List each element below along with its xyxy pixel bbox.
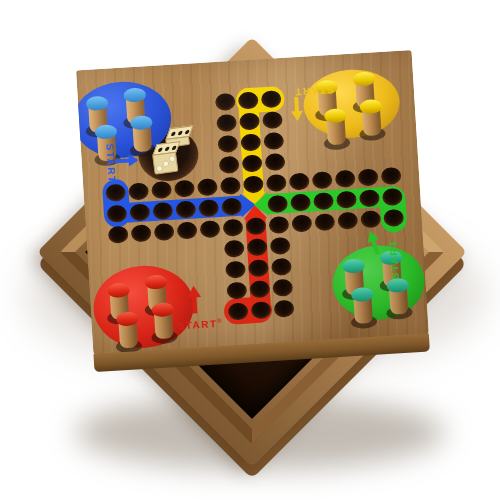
yellow-peg[interactable] [315,80,340,125]
peg-body [154,311,174,339]
peg-cap [386,278,409,293]
peg-hole-shadow [94,152,121,167]
board-hole[interactable] [273,299,294,317]
blue-start-hook [102,179,131,228]
board-hole[interactable] [224,239,245,257]
board-hole[interactable] [314,213,335,231]
peg-body [147,283,167,311]
board-hole[interactable] [239,112,260,130]
board-hole[interactable] [249,280,270,298]
peg-body [88,105,108,133]
peg-body [326,117,346,145]
green-peg[interactable] [342,258,367,303]
peg-body [355,80,375,108]
peg-hole-shadow [352,99,379,114]
board-hole[interactable] [219,155,240,173]
board-hole[interactable] [359,189,380,207]
peg-cap [116,311,139,326]
yellow-home-lane [238,88,264,195]
peg-cap [315,80,338,95]
yellow-yard[interactable] [302,67,402,141]
board-hole[interactable] [216,113,237,131]
peg-body [97,133,117,161]
board-surface: START START START® START [76,50,429,354]
board-hole[interactable] [290,193,311,211]
board-hole[interactable] [215,92,236,110]
board-hole[interactable] [243,175,264,193]
peg-hole-shadow [351,315,378,330]
board-hole[interactable] [152,201,173,219]
board-hole[interactable] [268,215,289,233]
board-hole[interactable] [128,182,149,200]
board-hole[interactable] [251,301,272,319]
red-yard[interactable] [91,263,196,351]
red-peg[interactable] [151,302,176,347]
green-yard[interactable] [330,243,426,322]
peg-cap [380,250,403,265]
board-hole[interactable] [175,200,196,218]
board-hole[interactable] [358,168,379,186]
board-hole[interactable] [228,302,249,320]
yellow-peg[interactable] [324,108,349,153]
center-triangle-green [253,192,269,217]
red-home-lane [245,215,271,320]
board-hole[interactable] [105,183,126,201]
peg-cap [94,124,117,139]
board-hole[interactable] [383,208,404,226]
product-photo-wooden-ludo: START START START® START [0,0,500,500]
board-hole[interactable] [154,222,175,240]
peg-hole-shadow [379,278,406,293]
board-hole[interactable] [199,220,220,238]
board-hole[interactable] [336,190,357,208]
board-hole[interactable] [267,194,288,212]
peg-cap [342,258,365,273]
peg-cap [324,108,347,123]
board-hole[interactable] [247,238,268,256]
board-hole[interactable] [262,111,283,129]
green-peg[interactable] [351,287,376,332]
peg-body [345,267,365,295]
red-peg[interactable] [145,274,170,319]
peg-body [126,96,146,124]
board-hole[interactable] [108,225,129,243]
board-hole[interactable] [312,171,333,189]
blue-start-label: START [104,143,117,184]
red-start-label: START® [177,317,222,331]
board-hole[interactable] [222,218,243,236]
peg-hole-shadow [342,286,369,301]
peg-cap [351,287,374,302]
peg-cap [130,115,153,130]
green-home-lane [266,186,404,214]
yellow-start-arrow-icon [290,95,304,122]
yellow-peg[interactable] [353,71,378,116]
peg-body [133,124,153,152]
board-hole[interactable] [313,192,334,210]
yellow-start-hook [236,86,285,114]
red-peg[interactable] [107,283,132,328]
board-hole[interactable] [245,217,266,235]
board-hole[interactable] [217,134,238,152]
green-start-arrow-icon [364,229,384,257]
board-hole[interactable] [242,154,263,172]
yellow-peg[interactable] [359,99,384,144]
board-hole[interactable] [238,91,259,109]
board-hole[interactable] [382,187,403,205]
board-hole[interactable] [381,166,402,184]
board-hole[interactable] [337,211,358,229]
yellow-start-label: START [293,84,334,97]
board-hole[interactable] [291,214,312,232]
peg-body [118,320,138,348]
blue-peg[interactable] [94,124,119,169]
peg-hole-shadow [107,311,134,326]
center-triangle-red [243,204,268,219]
peg-cap [353,71,376,86]
blue-start-arrow-icon [112,154,139,168]
board-hole[interactable] [151,180,172,198]
blue-peg[interactable] [86,96,111,141]
board-hole[interactable] [289,172,310,190]
board-hole[interactable] [270,236,291,254]
board-hole[interactable] [131,224,152,242]
red-start-arrow-icon [187,285,203,316]
peg-body [110,292,130,320]
center-triangle-yellow [242,191,267,206]
board-hole[interactable] [197,178,218,196]
board-hole[interactable] [106,204,127,222]
peg-cap [123,87,146,102]
peg-body [382,259,402,287]
center-triangle-blue [240,193,256,218]
board-hole[interactable] [248,259,269,277]
peg-cap [359,99,382,114]
peg-body [318,89,338,117]
board-hole[interactable] [220,176,241,194]
blue-peg[interactable] [123,87,148,132]
peg-body [389,287,409,315]
blue-peg[interactable] [130,115,155,160]
board-hole[interactable] [266,173,287,191]
peg-hole-shadow [324,136,351,151]
board-hole[interactable] [240,133,261,151]
green-peg[interactable] [386,278,411,323]
board-hole[interactable] [198,199,219,217]
peg-hole-shadow [386,305,413,320]
peg-hole-shadow [359,127,386,142]
board-hole[interactable] [271,257,292,275]
die-front[interactable] [151,142,175,145]
green-start-hook [379,186,408,234]
green-start-label: START [388,239,401,280]
red-peg[interactable] [116,311,141,354]
board-hole[interactable] [272,278,293,296]
peg-hole-shadow [144,302,171,317]
board-hole[interactable] [174,179,195,197]
board-hole[interactable] [261,90,282,108]
board-hole[interactable] [360,210,381,228]
peg-hole-shadow [151,330,178,345]
board-hole[interactable] [177,221,198,239]
ludo-board: START START START® START [76,50,430,372]
board-hole[interactable] [335,169,356,187]
peg-hole-shadow [315,107,342,122]
peg-cap [145,274,168,289]
green-peg[interactable] [380,250,405,295]
board-hole[interactable] [226,281,247,299]
peg-cap [151,302,174,317]
peg-cap [86,96,109,111]
board-hole[interactable] [263,132,284,150]
peg-cap [107,283,130,298]
board-hole[interactable] [221,197,242,215]
peg-hole-shadow [85,123,112,138]
board-hole[interactable] [265,152,286,170]
blue-home-lane [105,196,243,224]
board-hole[interactable] [129,203,150,221]
board-hole[interactable] [225,260,246,278]
peg-hole-shadow [123,115,150,130]
die-back[interactable] [164,126,188,129]
peg-body [362,108,382,136]
peg-body [353,296,373,324]
red-start-hook [223,296,272,325]
